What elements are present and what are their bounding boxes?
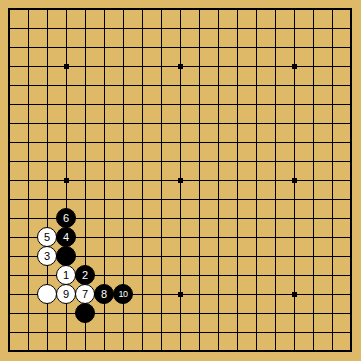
stones-layer: 65431297810	[0, 0, 361, 361]
stone-black-move-2: 2	[75, 265, 95, 285]
stone-black-move-4: 4	[56, 227, 76, 247]
stone-white-unnumbered	[37, 284, 57, 304]
stone-black-move-8: 8	[94, 284, 114, 304]
stone-white-move-7: 7	[75, 284, 95, 304]
stone-white-move-3: 3	[37, 246, 57, 266]
stone-black-unnumbered	[56, 246, 76, 266]
stone-white-move-1: 1	[56, 265, 76, 285]
stone-white-move-9: 9	[56, 284, 76, 304]
stone-black-move-10: 10	[113, 284, 133, 304]
go-board[interactable]: 65431297810	[0, 0, 361, 361]
stone-white-move-5: 5	[37, 227, 57, 247]
stone-black-move-6: 6	[56, 208, 76, 228]
stone-black-unnumbered	[75, 303, 95, 323]
